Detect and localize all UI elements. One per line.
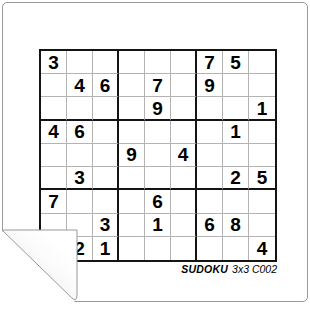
cell-r9c7[interactable]: [197, 237, 223, 260]
cell-r7c1[interactable]: 7: [41, 190, 67, 213]
cell-r1c4[interactable]: [119, 51, 145, 74]
cell-r1c3[interactable]: [93, 51, 119, 74]
cell-r5c6[interactable]: 4: [171, 144, 197, 167]
cell-r3c6[interactable]: [171, 97, 197, 120]
cell-r5c1[interactable]: [41, 144, 67, 167]
cell-r4c8[interactable]: 1: [223, 121, 249, 144]
cell-r5c4[interactable]: 9: [119, 144, 145, 167]
cell-r3c8[interactable]: [223, 97, 249, 120]
cell-r8c6[interactable]: [171, 214, 197, 237]
page-curl-icon: [0, 222, 96, 310]
cell-r8c7[interactable]: 6: [197, 214, 223, 237]
cell-r2c8[interactable]: [223, 74, 249, 97]
cell-r7c6[interactable]: [171, 190, 197, 213]
cell-r2c9[interactable]: [249, 74, 275, 97]
cell-r6c3[interactable]: [93, 167, 119, 190]
cell-r3c1[interactable]: [41, 97, 67, 120]
cell-r4c2[interactable]: 6: [67, 121, 93, 144]
cell-r8c4[interactable]: [119, 214, 145, 237]
cell-r5c8[interactable]: [223, 144, 249, 167]
cell-r3c3[interactable]: [93, 97, 119, 120]
cell-r1c9[interactable]: [249, 51, 275, 74]
cell-r8c3[interactable]: 3: [93, 214, 119, 237]
cell-r6c7[interactable]: [197, 167, 223, 190]
cell-r9c6[interactable]: [171, 237, 197, 260]
cell-r4c6[interactable]: [171, 121, 197, 144]
cell-r2c4[interactable]: [119, 74, 145, 97]
cell-r3c4[interactable]: [119, 97, 145, 120]
cell-r1c7[interactable]: 7: [197, 51, 223, 74]
cell-r6c4[interactable]: [119, 167, 145, 190]
cell-r4c5[interactable]: [145, 121, 171, 144]
cell-r9c4[interactable]: [119, 237, 145, 260]
cell-r7c3[interactable]: [93, 190, 119, 213]
cell-r2c3[interactable]: 6: [93, 74, 119, 97]
cell-r2c7[interactable]: 9: [197, 74, 223, 97]
cell-r1c5[interactable]: [145, 51, 171, 74]
cell-r7c5[interactable]: 6: [145, 190, 171, 213]
cell-r3c2[interactable]: [67, 97, 93, 120]
cell-r1c8[interactable]: 5: [223, 51, 249, 74]
cell-r5c7[interactable]: [197, 144, 223, 167]
cell-r5c5[interactable]: [145, 144, 171, 167]
cell-r2c2[interactable]: 4: [67, 74, 93, 97]
cell-r9c9[interactable]: 4: [249, 237, 275, 260]
cell-r6c2[interactable]: 3: [67, 167, 93, 190]
cell-r4c4[interactable]: [119, 121, 145, 144]
caption-code: 3x3 C002: [232, 263, 277, 275]
cell-r6c5[interactable]: [145, 167, 171, 190]
cell-r7c9[interactable]: [249, 190, 275, 213]
cell-r2c1[interactable]: [41, 74, 67, 97]
cell-r1c6[interactable]: [171, 51, 197, 74]
cell-r6c6[interactable]: [171, 167, 197, 190]
cell-r8c9[interactable]: [249, 214, 275, 237]
cell-r4c9[interactable]: [249, 121, 275, 144]
cell-r7c2[interactable]: [67, 190, 93, 213]
cell-r2c5[interactable]: 7: [145, 74, 171, 97]
cell-r3c9[interactable]: 1: [249, 97, 275, 120]
cell-r5c2[interactable]: [67, 144, 93, 167]
cell-r7c4[interactable]: [119, 190, 145, 213]
cell-r8c5[interactable]: 1: [145, 214, 171, 237]
cell-r8c8[interactable]: 8: [223, 214, 249, 237]
cell-r6c8[interactable]: 2: [223, 167, 249, 190]
cell-r2c6[interactable]: [171, 74, 197, 97]
cell-r9c3[interactable]: 1: [93, 237, 119, 260]
cell-r5c3[interactable]: [93, 144, 119, 167]
cell-r9c5[interactable]: [145, 237, 171, 260]
cell-r9c8[interactable]: [223, 237, 249, 260]
cell-r1c2[interactable]: [67, 51, 93, 74]
caption-brand: SUDOKU: [181, 263, 228, 275]
cell-r4c3[interactable]: [93, 121, 119, 144]
cell-r3c5[interactable]: 9: [145, 97, 171, 120]
cell-r1c1[interactable]: 3: [41, 51, 67, 74]
cell-r7c8[interactable]: [223, 190, 249, 213]
cell-r7c7[interactable]: [197, 190, 223, 213]
cell-r5c9[interactable]: [249, 144, 275, 167]
cell-r4c7[interactable]: [197, 121, 223, 144]
cell-r6c9[interactable]: 5: [249, 167, 275, 190]
cell-r6c1[interactable]: [41, 167, 67, 190]
cell-r3c7[interactable]: [197, 97, 223, 120]
cell-r4c1[interactable]: 4: [41, 121, 67, 144]
